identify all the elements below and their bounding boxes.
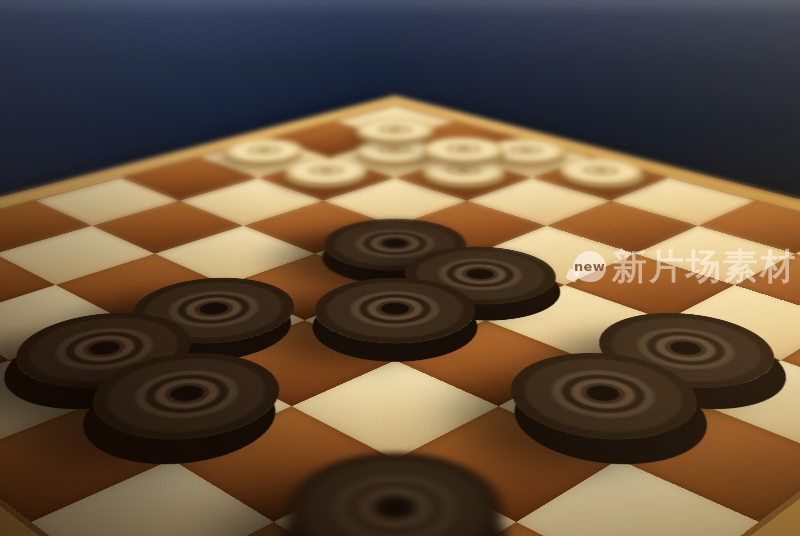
photo-stage: new 新片场素材	[0, 0, 800, 536]
board-grid	[0, 106, 800, 536]
